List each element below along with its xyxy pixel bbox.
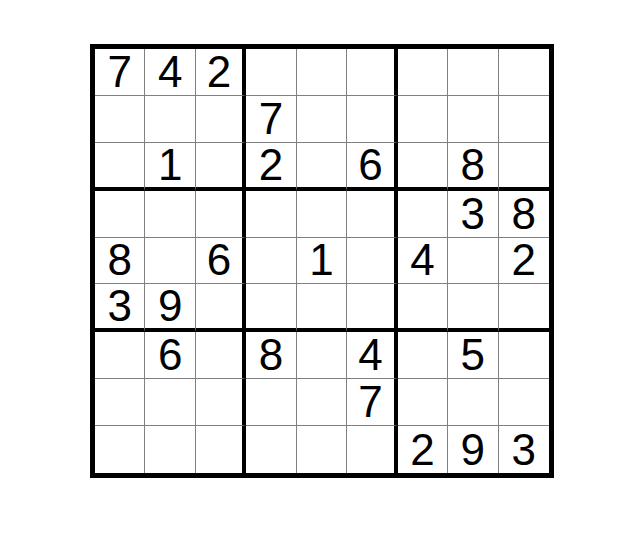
cell-r7c8[interactable]: 5 — [448, 332, 498, 379]
cell-r3c7[interactable] — [398, 143, 448, 191]
cell-r7c2[interactable]: 6 — [145, 332, 195, 379]
cell-r7c6[interactable]: 4 — [347, 332, 397, 379]
cell-r6c4[interactable] — [246, 284, 296, 332]
cell-r7c4[interactable]: 8 — [246, 332, 296, 379]
cell-r8c6[interactable]: 7 — [347, 379, 397, 426]
cell-r6c2[interactable]: 9 — [145, 284, 195, 332]
cell-r5c1[interactable]: 8 — [95, 238, 145, 285]
cell-r2c2[interactable] — [145, 96, 195, 143]
cell-r8c9[interactable] — [499, 379, 549, 426]
cell-r1c6[interactable] — [347, 49, 397, 96]
cell-r6c8[interactable] — [448, 284, 498, 332]
cell-r9c2[interactable] — [145, 426, 195, 473]
cell-r9c3[interactable] — [196, 426, 246, 473]
cell-r1c9[interactable] — [499, 49, 549, 96]
cell-r7c3[interactable] — [196, 332, 246, 379]
cell-r3c2[interactable]: 1 — [145, 143, 195, 191]
cell-r8c8[interactable] — [448, 379, 498, 426]
cell-r8c3[interactable] — [196, 379, 246, 426]
cell-r8c4[interactable] — [246, 379, 296, 426]
cell-r5c4[interactable] — [246, 238, 296, 285]
cell-r3c8[interactable]: 8 — [448, 143, 498, 191]
cell-r9c7[interactable]: 2 — [398, 426, 448, 473]
sudoku-page: 7427126838861423968457293 — [0, 0, 640, 540]
cell-r8c2[interactable] — [145, 379, 195, 426]
cell-r1c2[interactable]: 4 — [145, 49, 195, 96]
cell-r8c5[interactable] — [297, 379, 347, 426]
cell-r3c5[interactable] — [297, 143, 347, 191]
cell-r7c5[interactable] — [297, 332, 347, 379]
cell-r8c1[interactable] — [95, 379, 145, 426]
cell-r4c9[interactable]: 8 — [499, 191, 549, 238]
cell-r5c6[interactable] — [347, 238, 397, 285]
cell-r1c5[interactable] — [297, 49, 347, 96]
cell-r9c8[interactable]: 9 — [448, 426, 498, 473]
cell-r6c9[interactable] — [499, 284, 549, 332]
cell-r6c1[interactable]: 3 — [95, 284, 145, 332]
cell-r4c6[interactable] — [347, 191, 397, 238]
cell-r8c7[interactable] — [398, 379, 448, 426]
cell-r5c5[interactable]: 1 — [297, 238, 347, 285]
cell-r2c4[interactable]: 7 — [246, 96, 296, 143]
cell-r1c4[interactable] — [246, 49, 296, 96]
cell-r5c9[interactable]: 2 — [499, 238, 549, 285]
cell-r4c3[interactable] — [196, 191, 246, 238]
cell-r2c3[interactable] — [196, 96, 246, 143]
cell-r3c3[interactable] — [196, 143, 246, 191]
cell-r2c1[interactable] — [95, 96, 145, 143]
cell-r5c7[interactable]: 4 — [398, 238, 448, 285]
cell-r1c7[interactable] — [398, 49, 448, 96]
cell-r4c5[interactable] — [297, 191, 347, 238]
cell-r3c1[interactable] — [95, 143, 145, 191]
cell-r9c4[interactable] — [246, 426, 296, 473]
cell-r3c6[interactable]: 6 — [347, 143, 397, 191]
cell-r3c9[interactable] — [499, 143, 549, 191]
cell-r4c2[interactable] — [145, 191, 195, 238]
cell-r5c2[interactable] — [145, 238, 195, 285]
cell-r1c1[interactable]: 7 — [95, 49, 145, 96]
cell-r5c3[interactable]: 6 — [196, 238, 246, 285]
cell-r2c6[interactable] — [347, 96, 397, 143]
cell-r9c9[interactable]: 3 — [499, 426, 549, 473]
cell-r2c7[interactable] — [398, 96, 448, 143]
cell-r2c8[interactable] — [448, 96, 498, 143]
cell-r7c7[interactable] — [398, 332, 448, 379]
cell-r1c8[interactable] — [448, 49, 498, 96]
cell-r6c7[interactable] — [398, 284, 448, 332]
cell-r5c8[interactable] — [448, 238, 498, 285]
cell-r6c3[interactable] — [196, 284, 246, 332]
cell-r2c5[interactable] — [297, 96, 347, 143]
sudoku-board: 7427126838861423968457293 — [90, 44, 554, 478]
cell-r4c7[interactable] — [398, 191, 448, 238]
cell-r9c1[interactable] — [95, 426, 145, 473]
cell-r1c3[interactable]: 2 — [196, 49, 246, 96]
cell-r4c4[interactable] — [246, 191, 296, 238]
cell-r9c5[interactable] — [297, 426, 347, 473]
cell-r7c9[interactable] — [499, 332, 549, 379]
cell-r2c9[interactable] — [499, 96, 549, 143]
cell-r4c8[interactable]: 3 — [448, 191, 498, 238]
cell-r6c6[interactable] — [347, 284, 397, 332]
cell-r4c1[interactable] — [95, 191, 145, 238]
cell-r9c6[interactable] — [347, 426, 397, 473]
cell-r3c4[interactable]: 2 — [246, 143, 296, 191]
cell-r7c1[interactable] — [95, 332, 145, 379]
cell-r6c5[interactable] — [297, 284, 347, 332]
